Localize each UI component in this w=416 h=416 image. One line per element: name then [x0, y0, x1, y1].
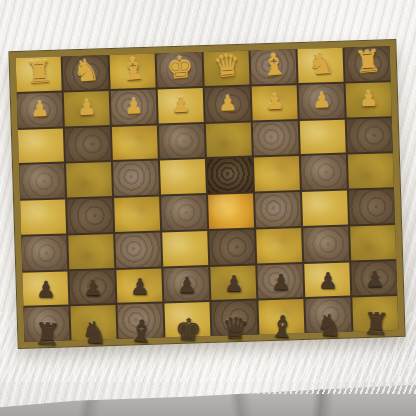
square-a6[interactable]: [18, 128, 64, 163]
piece-brown-pawn[interactable]: ♟: [223, 273, 243, 295]
piece-brown-knight[interactable]: ♞: [80, 317, 109, 348]
piece-brown-bishop[interactable]: ♝: [127, 316, 156, 347]
piece-brown-pawn[interactable]: ♟: [129, 276, 149, 298]
square-e8[interactable]: ♛: [204, 51, 250, 86]
square-g7[interactable]: ♟: [299, 83, 345, 118]
square-f1[interactable]: ♝: [258, 299, 304, 334]
square-h6[interactable]: [347, 118, 393, 153]
square-h7[interactable]: ♟: [346, 82, 392, 117]
square-a3[interactable]: [21, 235, 67, 270]
piece-gold-pawn[interactable]: ♟: [218, 93, 237, 115]
square-g8[interactable]: ♞: [297, 48, 343, 83]
square-g1[interactable]: ♞: [305, 298, 351, 333]
square-d4[interactable]: [161, 195, 207, 230]
square-h2[interactable]: ♟: [351, 261, 397, 296]
square-a5[interactable]: [19, 164, 65, 199]
piece-gold-pawn[interactable]: ♟: [77, 97, 96, 119]
square-e6[interactable]: [206, 122, 252, 157]
piece-gold-pawn[interactable]: ♟: [265, 91, 284, 113]
square-h8[interactable]: ♜: [344, 46, 390, 81]
square-a4[interactable]: [20, 199, 66, 234]
square-e7[interactable]: ♟: [205, 86, 251, 121]
square-e3[interactable]: [209, 229, 255, 264]
square-h1[interactable]: ♜: [352, 296, 398, 331]
square-f2[interactable]: ♟: [257, 264, 303, 299]
piece-brown-pawn[interactable]: ♟: [364, 269, 384, 291]
square-e4[interactable]: [208, 194, 254, 229]
piece-brown-rook[interactable]: ♜: [361, 308, 390, 339]
square-f4[interactable]: [255, 192, 301, 227]
square-g5[interactable]: [301, 155, 347, 190]
piece-gold-rook[interactable]: ♜: [353, 46, 382, 78]
piece-gold-bishop[interactable]: ♝: [118, 53, 147, 85]
piece-gold-king[interactable]: ♚: [165, 52, 194, 84]
square-g6[interactable]: [300, 119, 346, 154]
piece-gold-pawn[interactable]: ♟: [30, 99, 49, 121]
square-c8[interactable]: ♝: [110, 54, 156, 89]
piece-brown-pawn[interactable]: ♟: [36, 279, 56, 301]
square-b5[interactable]: [66, 162, 112, 197]
piece-brown-rook[interactable]: ♜: [33, 319, 62, 350]
square-c5[interactable]: [113, 161, 159, 196]
square-c2[interactable]: ♟: [116, 268, 162, 303]
piece-gold-queen[interactable]: ♛: [212, 50, 241, 82]
piece-gold-pawn[interactable]: ♟: [359, 88, 378, 110]
square-c7[interactable]: ♟: [111, 89, 157, 124]
piece-brown-pawn[interactable]: ♟: [317, 270, 337, 292]
square-b3[interactable]: [68, 234, 114, 269]
piece-brown-king[interactable]: ♚: [173, 314, 202, 345]
square-f5[interactable]: [254, 156, 300, 191]
piece-gold-pawn[interactable]: ♟: [312, 90, 331, 112]
piece-gold-bishop[interactable]: ♝: [259, 49, 288, 81]
piece-gold-pawn[interactable]: ♟: [124, 96, 143, 118]
piece-gold-rook[interactable]: ♜: [24, 56, 53, 88]
board-grid: ♜♞♝♚♛♝♞♜♟♟♟♟♟♟♟♟♟♟♟♟♟♟♟♟♜♞♝♚♛♝♞♜: [16, 46, 399, 342]
piece-brown-pawn[interactable]: ♟: [270, 272, 290, 294]
square-b1[interactable]: ♞: [70, 305, 116, 340]
piece-gold-pawn[interactable]: ♟: [171, 94, 190, 116]
square-c4[interactable]: [114, 197, 160, 232]
square-e2[interactable]: ♟: [210, 265, 256, 300]
piece-gold-knight[interactable]: ♞: [306, 47, 335, 79]
piece-brown-knight[interactable]: ♞: [314, 310, 343, 341]
chess-board: ♜♞♝♚♛♝♞♜♟♟♟♟♟♟♟♟♟♟♟♟♟♟♟♟♜♞♝♚♛♝♞♜: [9, 40, 404, 348]
square-f6[interactable]: [253, 121, 299, 156]
square-c1[interactable]: ♝: [117, 304, 163, 339]
square-f8[interactable]: ♝: [251, 49, 297, 84]
square-b7[interactable]: ♟: [64, 91, 110, 126]
square-a2[interactable]: ♟: [22, 271, 68, 306]
square-b2[interactable]: ♟: [69, 269, 115, 304]
square-d6[interactable]: [159, 124, 205, 159]
square-c3[interactable]: [115, 232, 161, 267]
square-d2[interactable]: ♟: [163, 266, 209, 301]
piece-brown-bishop[interactable]: ♝: [267, 311, 296, 342]
square-b4[interactable]: [67, 198, 113, 233]
square-f7[interactable]: ♟: [252, 85, 298, 120]
piece-gold-knight[interactable]: ♞: [71, 55, 100, 87]
square-a1[interactable]: ♜: [23, 307, 69, 342]
square-b8[interactable]: ♞: [63, 55, 109, 90]
piece-brown-pawn[interactable]: ♟: [176, 275, 196, 297]
square-d1[interactable]: ♚: [164, 302, 210, 337]
square-g4[interactable]: [302, 191, 348, 226]
square-d7[interactable]: ♟: [158, 88, 204, 123]
square-e5[interactable]: [207, 158, 253, 193]
square-a8[interactable]: ♜: [16, 57, 62, 92]
square-d8[interactable]: ♚: [157, 52, 203, 87]
square-a7[interactable]: ♟: [17, 92, 63, 127]
square-g2[interactable]: ♟: [304, 262, 350, 297]
square-h3[interactable]: [350, 225, 396, 260]
square-g3[interactable]: [303, 226, 349, 261]
piece-brown-pawn[interactable]: ♟: [83, 278, 103, 300]
square-h4[interactable]: [349, 189, 395, 224]
square-d5[interactable]: [160, 159, 206, 194]
square-b6[interactable]: [65, 127, 111, 162]
square-d3[interactable]: [162, 231, 208, 266]
piece-brown-queen[interactable]: ♛: [220, 313, 249, 344]
square-c6[interactable]: [112, 125, 158, 160]
square-e1[interactable]: ♛: [211, 301, 257, 336]
square-f3[interactable]: [256, 228, 302, 263]
square-h5[interactable]: [348, 153, 394, 188]
